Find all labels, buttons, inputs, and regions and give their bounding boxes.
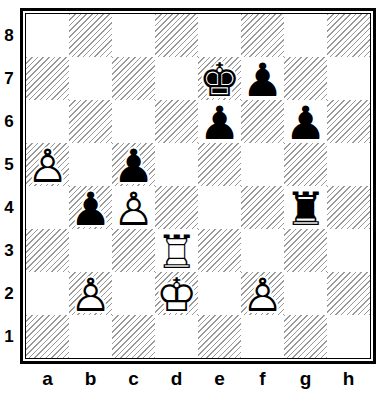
square-a8[interactable] [26,14,69,57]
square-d3[interactable]: ♜♖ [155,229,198,272]
piece-glyph: ♖ [155,230,198,273]
board-inner-frame: ♚♚♟♟♟♟♟♟♟♙♟♟♟♟♟♙♜♜♜♖♟♙♚♔♟♙ [25,13,371,359]
file-label-b: b [69,365,112,392]
piece-glyph: ♟ [69,187,112,230]
square-c5[interactable]: ♟♟ [112,143,155,186]
white-rook[interactable]: ♜♖ [155,229,198,272]
piece-glyph: ♟ [241,58,284,101]
square-h5[interactable] [327,143,370,186]
white-pawn[interactable]: ♟♙ [112,186,155,229]
square-a3[interactable] [26,229,69,272]
square-c4[interactable]: ♟♙ [112,186,155,229]
square-h4[interactable] [327,186,370,229]
file-label-c: c [112,365,155,392]
square-e8[interactable] [198,14,241,57]
square-b5[interactable] [69,143,112,186]
square-d5[interactable] [155,143,198,186]
square-f6[interactable] [241,100,284,143]
chess-board: ♚♚♟♟♟♟♟♟♟♙♟♟♟♟♟♙♜♜♜♖♟♙♚♔♟♙ [20,8,376,364]
piece-glyph: ♔ [155,273,198,316]
square-a1[interactable] [26,315,69,358]
square-b1[interactable] [69,315,112,358]
piece-glyph: ♙ [112,187,155,230]
square-f5[interactable] [241,143,284,186]
square-b2[interactable]: ♟♙ [69,272,112,315]
square-d6[interactable] [155,100,198,143]
black-pawn[interactable]: ♟♟ [112,143,155,186]
black-rook[interactable]: ♜♜ [284,186,327,229]
square-a6[interactable] [26,100,69,143]
black-pawn[interactable]: ♟♟ [198,100,241,143]
square-h3[interactable] [327,229,370,272]
square-e2[interactable] [198,272,241,315]
black-pawn[interactable]: ♟♟ [241,57,284,100]
black-king[interactable]: ♚♚ [198,57,241,100]
square-g3[interactable] [284,229,327,272]
square-g7[interactable] [284,57,327,100]
square-d8[interactable] [155,14,198,57]
piece-glyph: ♜ [284,187,327,230]
square-d2[interactable]: ♚♔ [155,272,198,315]
square-e3[interactable] [198,229,241,272]
square-c2[interactable] [112,272,155,315]
rank-label-3: 3 [0,229,18,272]
white-pawn[interactable]: ♟♙ [69,272,112,315]
file-label-d: d [155,365,198,392]
square-c6[interactable] [112,100,155,143]
square-h1[interactable] [327,315,370,358]
piece-glyph: ♟ [284,101,327,144]
square-e6[interactable]: ♟♟ [198,100,241,143]
rank-label-7: 7 [0,57,18,100]
piece-glyph: ♟ [198,101,241,144]
rank-label-5: 5 [0,143,18,186]
square-c8[interactable] [112,14,155,57]
chess-diagram: ♚♚♟♟♟♟♟♟♟♙♟♟♟♟♟♙♜♜♜♖♟♙♚♔♟♙ 87654321 abcd… [0,0,387,394]
square-f3[interactable] [241,229,284,272]
square-c1[interactable] [112,315,155,358]
rank-label-4: 4 [0,186,18,229]
file-label-h: h [327,365,370,392]
square-h7[interactable] [327,57,370,100]
square-b7[interactable] [69,57,112,100]
piece-glyph: ♚ [198,58,241,101]
white-pawn[interactable]: ♟♙ [26,143,69,186]
square-a5[interactable]: ♟♙ [26,143,69,186]
white-king[interactable]: ♚♔ [155,272,198,315]
square-f8[interactable] [241,14,284,57]
square-f2[interactable]: ♟♙ [241,272,284,315]
square-g1[interactable] [284,315,327,358]
square-e4[interactable] [198,186,241,229]
file-label-a: a [26,365,69,392]
square-g8[interactable] [284,14,327,57]
piece-glyph: ♙ [69,273,112,316]
square-d1[interactable] [155,315,198,358]
rank-label-6: 6 [0,100,18,143]
square-h6[interactable] [327,100,370,143]
piece-glyph: ♙ [26,144,69,187]
square-c3[interactable] [112,229,155,272]
square-a7[interactable] [26,57,69,100]
square-e5[interactable] [198,143,241,186]
piece-glyph: ♙ [241,273,284,316]
square-d7[interactable] [155,57,198,100]
square-a2[interactable] [26,272,69,315]
file-label-f: f [241,365,284,392]
square-g6[interactable]: ♟♟ [284,100,327,143]
square-d4[interactable] [155,186,198,229]
piece-glyph: ♟ [112,144,155,187]
square-f1[interactable] [241,315,284,358]
square-b3[interactable] [69,229,112,272]
rank-label-2: 2 [0,272,18,315]
board-grid: ♚♚♟♟♟♟♟♟♟♙♟♟♟♟♟♙♜♜♜♖♟♙♚♔♟♙ [26,14,370,358]
square-f4[interactable] [241,186,284,229]
square-a4[interactable] [26,186,69,229]
square-g5[interactable] [284,143,327,186]
square-e7[interactable]: ♚♚ [198,57,241,100]
square-b6[interactable] [69,100,112,143]
file-label-e: e [198,365,241,392]
square-g4[interactable]: ♜♜ [284,186,327,229]
black-pawn[interactable]: ♟♟ [69,186,112,229]
black-pawn[interactable]: ♟♟ [284,100,327,143]
square-h8[interactable] [327,14,370,57]
square-c7[interactable] [112,57,155,100]
square-h2[interactable] [327,272,370,315]
rank-label-1: 1 [0,315,18,358]
file-label-g: g [284,365,327,392]
square-e1[interactable] [198,315,241,358]
square-f7[interactable]: ♟♟ [241,57,284,100]
white-pawn[interactable]: ♟♙ [241,272,284,315]
square-b8[interactable] [69,14,112,57]
square-g2[interactable] [284,272,327,315]
rank-label-8: 8 [0,14,18,57]
square-b4[interactable]: ♟♟ [69,186,112,229]
